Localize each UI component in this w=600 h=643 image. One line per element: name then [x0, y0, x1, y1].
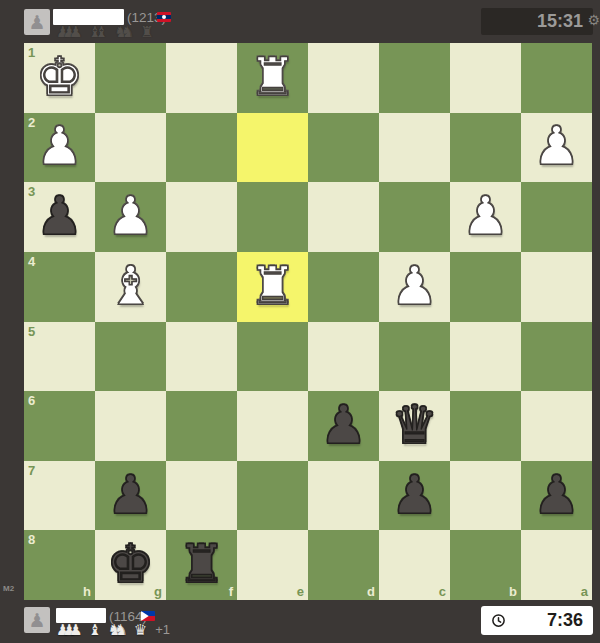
piece-white-pawn: ♟ — [107, 189, 155, 242]
square-g7[interactable]: ♟ — [95, 461, 166, 531]
square-c6[interactable]: ♛ — [379, 391, 450, 461]
file-label-h: h — [83, 584, 91, 599]
rank-label-4: 4 — [28, 254, 35, 269]
square-d6[interactable]: ♟ — [308, 391, 379, 461]
square-g4[interactable]: ♝ — [95, 252, 166, 322]
square-c8[interactable]: c — [379, 530, 450, 600]
square-d3[interactable] — [308, 182, 379, 252]
square-a2[interactable]: ♟ — [521, 113, 592, 183]
captured-pawn-group: ♟♟♟ — [56, 25, 82, 39]
piece-black-queen: ♛ — [391, 398, 439, 451]
rank-label-1: 1 — [28, 45, 35, 60]
square-h2[interactable]: ♟2 — [24, 113, 95, 183]
rank-label-7: 7 — [28, 463, 35, 478]
file-label-g: g — [154, 584, 162, 599]
square-b4[interactable] — [450, 252, 521, 322]
square-g3[interactable]: ♟ — [95, 182, 166, 252]
square-b2[interactable] — [450, 113, 521, 183]
top-player-bar: ♟ (1213) ♟♟♟♝♝♞♞♜ 15:31 ⚙ — [0, 0, 600, 43]
square-b6[interactable] — [450, 391, 521, 461]
captured-pawn-icon: ♟ — [69, 25, 82, 39]
square-b7[interactable] — [450, 461, 521, 531]
chess-board[interactable]: ♚1♜♟2♟♟3♟♟4♝♜♟56♟♛7♟♟♟8h♚g♜fedcba — [24, 43, 592, 600]
square-a3[interactable] — [521, 182, 592, 252]
square-c4[interactable]: ♟ — [379, 252, 450, 322]
piece-black-rook: ♜ — [178, 537, 226, 590]
settings-gear-icon[interactable]: ⚙ — [587, 12, 600, 28]
square-b5[interactable] — [450, 322, 521, 392]
square-f8[interactable]: ♜f — [166, 530, 237, 600]
piece-black-king: ♚ — [107, 537, 155, 590]
captured-knight-icon: ♞ — [114, 623, 127, 637]
file-label-f: f — [229, 584, 233, 599]
square-f7[interactable] — [166, 461, 237, 531]
square-h7[interactable]: 7 — [24, 461, 95, 531]
square-d7[interactable] — [308, 461, 379, 531]
square-e7[interactable] — [237, 461, 308, 531]
top-captured-pieces: ♟♟♟♝♝♞♞♜ — [56, 25, 154, 39]
rank-label-8: 8 — [28, 532, 35, 547]
rank-label-3: 3 — [28, 184, 35, 199]
laos-flag-icon — [157, 12, 171, 22]
piece-black-pawn: ♟ — [320, 398, 368, 451]
bottom-captured-pieces: ♟♟♟♝♞♞♛+1 — [56, 623, 170, 637]
file-label-e: e — [297, 584, 304, 599]
rank-label-6: 6 — [28, 393, 35, 408]
rank-label-5: 5 — [28, 324, 35, 339]
top-player-avatar[interactable]: ♟ — [24, 9, 50, 35]
square-g1[interactable] — [95, 43, 166, 113]
captured-knight-icon: ♞ — [121, 25, 134, 39]
square-a5[interactable] — [521, 322, 592, 392]
piece-black-pawn: ♟ — [391, 468, 439, 521]
square-b8[interactable]: b — [450, 530, 521, 600]
bottom-player-time: 7:36 — [547, 610, 583, 631]
square-f5[interactable] — [166, 322, 237, 392]
square-c1[interactable] — [379, 43, 450, 113]
square-a7[interactable]: ♟ — [521, 461, 592, 531]
captured-bishop-group: ♝♝ — [88, 25, 108, 39]
captured-queen-group: ♛ — [134, 623, 147, 637]
square-h4[interactable]: 4 — [24, 252, 95, 322]
piece-white-pawn: ♟ — [462, 189, 510, 242]
square-e4[interactable]: ♜ — [237, 252, 308, 322]
bottom-player-bar: ♟ (1164) ♟♟♟♝♞♞♛+1 7:36 — [0, 600, 600, 643]
square-f4[interactable] — [166, 252, 237, 322]
square-f1[interactable] — [166, 43, 237, 113]
captured-pawn-icon: ♟ — [69, 623, 82, 637]
square-h5[interactable]: 5 — [24, 322, 95, 392]
square-d5[interactable] — [308, 322, 379, 392]
square-h8[interactable]: 8h — [24, 530, 95, 600]
captured-queen-icon: ♛ — [134, 623, 147, 637]
captured-knight-group: ♞♞ — [108, 623, 128, 637]
rank-label-2: 2 — [28, 115, 35, 130]
captured-pawn-group: ♟♟♟ — [56, 623, 82, 637]
piece-black-pawn: ♟ — [533, 468, 581, 521]
bottom-player-clock-active: 7:36 — [481, 606, 593, 635]
square-c5[interactable] — [379, 322, 450, 392]
square-d8[interactable]: d — [308, 530, 379, 600]
captured-bishop-icon: ♝ — [95, 25, 108, 39]
square-g2[interactable] — [95, 113, 166, 183]
square-b1[interactable] — [450, 43, 521, 113]
square-f6[interactable] — [166, 391, 237, 461]
square-h3[interactable]: ♟3 — [24, 182, 95, 252]
square-d4[interactable] — [308, 252, 379, 322]
square-e3[interactable] — [237, 182, 308, 252]
square-a8[interactable]: a — [521, 530, 592, 600]
file-label-d: d — [367, 584, 375, 599]
square-c3[interactable] — [379, 182, 450, 252]
square-e1[interactable]: ♜ — [237, 43, 308, 113]
square-d2[interactable] — [308, 113, 379, 183]
square-a1[interactable] — [521, 43, 592, 113]
square-h6[interactable]: 6 — [24, 391, 95, 461]
square-f2[interactable] — [166, 113, 237, 183]
square-g5[interactable] — [95, 322, 166, 392]
square-a4[interactable] — [521, 252, 592, 322]
square-g8[interactable]: ♚g — [95, 530, 166, 600]
square-d1[interactable] — [308, 43, 379, 113]
square-e8[interactable]: e — [237, 530, 308, 600]
piece-white-rook: ♜ — [249, 259, 297, 312]
square-e5[interactable] — [237, 322, 308, 392]
pawn-avatar-icon: ♟ — [28, 611, 45, 630]
material-score: +1 — [155, 623, 170, 637]
square-b3[interactable]: ♟ — [450, 182, 521, 252]
square-g6[interactable] — [95, 391, 166, 461]
piece-black-pawn: ♟ — [36, 189, 84, 242]
square-e2[interactable] — [237, 113, 308, 183]
file-label-b: b — [509, 584, 517, 599]
square-c7[interactable]: ♟ — [379, 461, 450, 531]
philippines-flag-icon — [141, 611, 155, 621]
square-c2[interactable] — [379, 113, 450, 183]
piece-white-rook: ♜ — [249, 50, 297, 103]
captured-rook-icon: ♜ — [140, 25, 153, 39]
square-h1[interactable]: ♚1 — [24, 43, 95, 113]
captured-rook-group: ♜ — [140, 25, 153, 39]
pawn-avatar-icon: ♟ — [28, 13, 45, 32]
file-label-c: c — [439, 584, 446, 599]
move-indicator: M2 — [3, 584, 14, 593]
clock-icon — [491, 613, 506, 628]
piece-white-king: ♚ — [36, 50, 84, 103]
piece-white-pawn: ♟ — [391, 259, 439, 312]
square-e6[interactable] — [237, 391, 308, 461]
captured-knight-group: ♞♞ — [114, 25, 134, 39]
bottom-player-avatar[interactable]: ♟ — [24, 607, 50, 633]
top-player-clock: 15:31 — [481, 8, 593, 35]
square-a6[interactable] — [521, 391, 592, 461]
piece-white-pawn: ♟ — [533, 119, 581, 172]
piece-white-bishop: ♝ — [107, 259, 155, 312]
piece-black-pawn: ♟ — [107, 468, 155, 521]
file-label-a: a — [581, 584, 588, 599]
piece-white-pawn: ♟ — [36, 119, 84, 172]
captured-bishop-icon: ♝ — [88, 623, 101, 637]
square-f3[interactable] — [166, 182, 237, 252]
captured-bishop-group: ♝ — [88, 623, 101, 637]
